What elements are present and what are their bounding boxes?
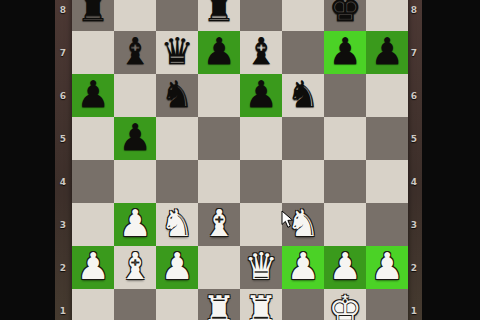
rank-label-right-4: 4: [407, 176, 421, 188]
square-b5[interactable]: ♟: [114, 117, 156, 160]
square-e1[interactable]: ♜: [240, 289, 282, 320]
square-b8[interactable]: [114, 0, 156, 31]
white-pawn[interactable]: ♟: [328, 248, 361, 285]
white-pawn[interactable]: ♟: [118, 205, 151, 242]
square-b3[interactable]: ♟: [114, 203, 156, 246]
black-pawn[interactable]: ♟: [202, 33, 235, 70]
square-a5[interactable]: [72, 117, 114, 160]
square-a6[interactable]: ♟: [72, 74, 114, 117]
white-pawn[interactable]: ♟: [286, 248, 319, 285]
square-d1[interactable]: ♜: [198, 289, 240, 320]
rank-label-left-7: 7: [56, 47, 70, 59]
black-bishop[interactable]: ♝: [244, 33, 277, 70]
rank-label-right-2: 2: [407, 262, 421, 274]
square-a2[interactable]: ♟: [72, 246, 114, 289]
square-a3[interactable]: [72, 203, 114, 246]
rank-label-left-5: 5: [56, 133, 70, 145]
square-b7[interactable]: ♝: [114, 31, 156, 74]
rank-label-right-6: 6: [407, 90, 421, 102]
black-bishop[interactable]: ♝: [118, 33, 151, 70]
square-c2[interactable]: ♟: [156, 246, 198, 289]
white-bishop[interactable]: ♝: [202, 205, 235, 242]
square-f2[interactable]: ♟: [282, 246, 324, 289]
square-d3[interactable]: ♝: [198, 203, 240, 246]
square-d8[interactable]: ♜: [198, 0, 240, 31]
square-g6[interactable]: [324, 74, 366, 117]
square-h5[interactable]: [366, 117, 408, 160]
video-frame: { "game": "chess", "position": { "fen": …: [0, 0, 480, 320]
square-e5[interactable]: [240, 117, 282, 160]
square-a7[interactable]: [72, 31, 114, 74]
black-pawn[interactable]: ♟: [76, 76, 109, 113]
white-pawn[interactable]: ♟: [370, 248, 403, 285]
black-pawn[interactable]: ♟: [118, 119, 151, 156]
white-queen[interactable]: ♛: [244, 248, 277, 285]
square-f6[interactable]: ♞: [282, 74, 324, 117]
square-d4[interactable]: [198, 160, 240, 203]
square-e2[interactable]: ♛: [240, 246, 282, 289]
square-a1[interactable]: [72, 289, 114, 320]
square-c5[interactable]: [156, 117, 198, 160]
square-a8[interactable]: ♜: [72, 0, 114, 31]
black-rook[interactable]: ♜: [202, 0, 235, 27]
square-e7[interactable]: ♝: [240, 31, 282, 74]
rank-label-left-4: 4: [56, 176, 70, 188]
square-c7[interactable]: ♛: [156, 31, 198, 74]
square-c1[interactable]: [156, 289, 198, 320]
square-c4[interactable]: [156, 160, 198, 203]
square-d5[interactable]: [198, 117, 240, 160]
rank-label-right-7: 7: [407, 47, 421, 59]
square-f5[interactable]: [282, 117, 324, 160]
square-a4[interactable]: [72, 160, 114, 203]
square-b1[interactable]: [114, 289, 156, 320]
white-pawn[interactable]: ♟: [76, 248, 109, 285]
square-c6[interactable]: ♞: [156, 74, 198, 117]
black-pawn[interactable]: ♟: [244, 76, 277, 113]
mouse-cursor-icon: [281, 210, 294, 229]
square-g4[interactable]: [324, 160, 366, 203]
square-g1[interactable]: ♚: [324, 289, 366, 320]
square-c8[interactable]: [156, 0, 198, 31]
square-h6[interactable]: [366, 74, 408, 117]
square-h1[interactable]: [366, 289, 408, 320]
square-e3[interactable]: [240, 203, 282, 246]
square-f4[interactable]: [282, 160, 324, 203]
square-e4[interactable]: [240, 160, 282, 203]
square-e6[interactable]: ♟: [240, 74, 282, 117]
rank-label-left-1: 1: [56, 305, 70, 317]
rank-label-left-2: 2: [56, 262, 70, 274]
white-rook[interactable]: ♜: [202, 291, 235, 320]
square-d2[interactable]: [198, 246, 240, 289]
black-knight[interactable]: ♞: [160, 76, 193, 113]
white-knight[interactable]: ♞: [160, 205, 193, 242]
white-rook[interactable]: ♜: [244, 291, 277, 320]
square-g5[interactable]: [324, 117, 366, 160]
square-b2[interactable]: ♝: [114, 246, 156, 289]
square-c3[interactable]: ♞: [156, 203, 198, 246]
rank-label-left-6: 6: [56, 90, 70, 102]
black-rook[interactable]: ♜: [76, 0, 109, 27]
black-queen[interactable]: ♛: [160, 33, 193, 70]
square-b6[interactable]: [114, 74, 156, 117]
square-h7[interactable]: ♟: [366, 31, 408, 74]
square-h2[interactable]: ♟: [366, 246, 408, 289]
square-f8[interactable]: [282, 0, 324, 31]
square-e8[interactable]: [240, 0, 282, 31]
square-h8[interactable]: [366, 0, 408, 31]
square-g3[interactable]: [324, 203, 366, 246]
rank-label-right-3: 3: [407, 219, 421, 231]
square-f1[interactable]: [282, 289, 324, 320]
rank-label-right-1: 1: [407, 305, 421, 317]
white-bishop[interactable]: ♝: [118, 248, 151, 285]
square-h3[interactable]: [366, 203, 408, 246]
square-g2[interactable]: ♟: [324, 246, 366, 289]
rank-label-left-3: 3: [56, 219, 70, 231]
black-pawn[interactable]: ♟: [328, 33, 361, 70]
square-g8[interactable]: ♚: [324, 0, 366, 31]
square-h4[interactable]: [366, 160, 408, 203]
square-g7[interactable]: ♟: [324, 31, 366, 74]
black-pawn[interactable]: ♟: [370, 33, 403, 70]
rank-label-left-8: 8: [56, 4, 70, 16]
square-b4[interactable]: [114, 160, 156, 203]
white-pawn[interactable]: ♟: [160, 248, 193, 285]
square-d7[interactable]: ♟: [198, 31, 240, 74]
white-king[interactable]: ♚: [328, 291, 361, 320]
rank-label-right-5: 5: [407, 133, 421, 145]
rank-label-right-8: 8: [407, 4, 421, 16]
black-knight[interactable]: ♞: [286, 76, 319, 113]
square-f7[interactable]: [282, 31, 324, 74]
chess-board[interactable]: ♜♜♚♝♛♟♝♟♟♟♞♟♞♟♟♞♝♞♟♝♟♛♟♟♟♜♜♚: [72, 0, 408, 320]
board-stage: ♜♜♚♝♛♟♝♟♟♟♞♟♞♟♟♞♝♞♟♝♟♛♟♟♟♜♜♚ 88776655443…: [55, 0, 422, 320]
black-king[interactable]: ♚: [328, 0, 361, 27]
square-d6[interactable]: [198, 74, 240, 117]
